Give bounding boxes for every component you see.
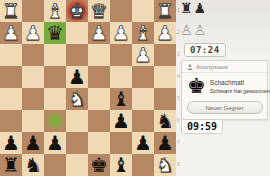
black-king[interactable]: ♚ [90, 154, 108, 176]
rank-label-7: 7 [177, 140, 180, 145]
square-f6[interactable] [44, 110, 66, 132]
white-rook[interactable]: ♜ [2, 0, 20, 22]
black-bishop[interactable]: ♝ [112, 154, 130, 176]
square-f4[interactable] [44, 66, 66, 88]
square-f2[interactable]: ♛ [44, 22, 66, 44]
square-f5[interactable] [44, 88, 66, 110]
square-c8[interactable]: ♝ [110, 154, 132, 176]
person-icon [187, 64, 193, 70]
black-king-icon: ♚ [187, 75, 206, 97]
black-rook[interactable]: ♜ [2, 154, 20, 176]
square-d8[interactable]: ♚ [88, 154, 110, 176]
black-pawn[interactable]: ♟ [24, 132, 42, 154]
square-c3[interactable] [110, 44, 132, 66]
square-g2[interactable]: ♟ [22, 22, 44, 44]
rank-coordinates: 12345678 [176, 0, 182, 176]
rank-label-6: 6 [177, 118, 180, 123]
chess-board[interactable]: ♜♝♚♛♜♟♟♛♟♟♝♟♟♟♞♝♟♞♟♟♟♟♟♜♞♚♝♞ [0, 0, 176, 176]
square-a4[interactable] [154, 66, 176, 88]
square-h6[interactable] [0, 110, 22, 132]
square-e4[interactable]: ♟ [66, 66, 88, 88]
square-h5[interactable] [0, 88, 22, 110]
side-panel: ♜♟ ♙♙ 07:24 Anonymous ♚ Schachmatt Schwa… [176, 0, 270, 176]
square-f1[interactable]: ♝ [44, 0, 66, 22]
new-opponent-button[interactable]: Neuer Gegner [187, 101, 263, 114]
game-over-card: Anonymous ♚ Schachmatt Schwarz hat gewon… [181, 60, 268, 120]
square-g6[interactable] [22, 110, 44, 132]
white-pawn[interactable]: ♟ [134, 44, 152, 66]
square-g8[interactable]: ♞ [22, 154, 44, 176]
square-a6[interactable]: ♞ [154, 110, 176, 132]
rank-label-5: 5 [177, 96, 180, 101]
white-pawn[interactable]: ♟ [112, 22, 130, 44]
square-a3[interactable] [154, 44, 176, 66]
black-queen[interactable]: ♛ [46, 22, 64, 44]
square-b8[interactable] [132, 154, 154, 176]
square-b4[interactable] [132, 66, 154, 88]
white-pawn[interactable]: ♟ [24, 22, 42, 44]
square-h1[interactable]: ♜ [0, 0, 22, 22]
square-e2[interactable] [66, 22, 88, 44]
square-d1[interactable]: ♛ [88, 0, 110, 22]
player-name: Anonymous [196, 64, 228, 70]
white-pawn[interactable]: ♟ [2, 22, 20, 44]
square-e3[interactable] [66, 44, 88, 66]
square-d2[interactable]: ♟ [88, 22, 110, 44]
square-a7[interactable]: ♟ [154, 132, 176, 154]
captured-black-pieces-tray: ♜♟ [180, 0, 207, 16]
square-a2[interactable]: ♟ [154, 22, 176, 44]
black-pawn[interactable]: ♟ [68, 66, 86, 88]
square-b1[interactable] [132, 0, 154, 22]
white-bishop[interactable]: ♝ [134, 22, 152, 44]
black-bishop[interactable]: ♝ [112, 88, 130, 110]
black-pawn[interactable]: ♟ [156, 132, 174, 154]
square-g3[interactable] [22, 44, 44, 66]
square-d3[interactable] [88, 44, 110, 66]
square-h4[interactable] [0, 66, 22, 88]
black-pawn[interactable]: ♟ [112, 110, 130, 132]
white-knight[interactable]: ♞ [68, 88, 86, 110]
square-g1[interactable] [22, 0, 44, 22]
captured-white-pieces-tray: ♙♙ [180, 22, 207, 38]
square-b3[interactable]: ♟ [132, 44, 154, 66]
square-b7[interactable]: ♟ [132, 132, 154, 154]
square-d7[interactable] [88, 132, 110, 154]
square-c5[interactable]: ♝ [110, 88, 132, 110]
rank-label-8: 8 [177, 162, 180, 167]
white-clock: 07:24 [184, 43, 226, 57]
square-a5[interactable] [154, 88, 176, 110]
square-f3[interactable] [44, 44, 66, 66]
white-rook[interactable]: ♜ [156, 0, 174, 22]
square-c4[interactable] [110, 66, 132, 88]
square-g4[interactable] [22, 66, 44, 88]
square-d6[interactable] [88, 110, 110, 132]
square-a8[interactable]: ♞ [154, 154, 176, 176]
white-queen[interactable]: ♛ [90, 0, 108, 22]
square-e1[interactable]: ♚ [66, 0, 88, 22]
square-e5[interactable]: ♞ [66, 88, 88, 110]
square-f7[interactable]: ♟ [44, 132, 66, 154]
black-pawn[interactable]: ♟ [46, 132, 64, 154]
square-d5[interactable] [88, 88, 110, 110]
square-c7[interactable] [110, 132, 132, 154]
square-b5[interactable] [132, 88, 154, 110]
square-a1[interactable]: ♜ [154, 0, 176, 22]
white-knight[interactable]: ♞ [156, 154, 174, 176]
square-e8[interactable] [66, 154, 88, 176]
square-g5[interactable] [22, 88, 44, 110]
chess-game-screen: ♜♝♚♛♜♟♟♛♟♟♝♟♟♟♞♝♟♞♟♟♟♟♟♜♞♚♝♞ 12345678 ♜♟… [0, 0, 270, 176]
square-b6[interactable] [132, 110, 154, 132]
square-c6[interactable]: ♟ [110, 110, 132, 132]
square-h2[interactable]: ♟ [0, 22, 22, 44]
result-subtitle: Schwarz hat gewonnen [210, 88, 270, 94]
square-d4[interactable] [88, 66, 110, 88]
square-c1[interactable] [110, 0, 132, 22]
black-clock: 09:59 [181, 119, 223, 134]
rank-label-3: 3 [177, 52, 180, 57]
square-b2[interactable]: ♝ [132, 22, 154, 44]
square-c2[interactable]: ♟ [110, 22, 132, 44]
rank-label-1: 1 [177, 8, 180, 13]
square-g7[interactable]: ♟ [22, 132, 44, 154]
square-h3[interactable] [0, 44, 22, 66]
result-row: ♚ Schachmatt Schwarz hat gewonnen [182, 73, 267, 98]
white-bishop[interactable]: ♝ [46, 0, 64, 22]
player-row: Anonymous [182, 61, 267, 72]
black-knight[interactable]: ♞ [156, 110, 174, 132]
square-f8[interactable] [44, 154, 66, 176]
square-h7[interactable]: ♟ [0, 132, 22, 154]
white-pawn[interactable]: ♟ [90, 22, 108, 44]
black-knight[interactable]: ♞ [24, 154, 42, 176]
black-pawn[interactable]: ♟ [2, 132, 20, 154]
rank-label-4: 4 [177, 74, 180, 79]
white-pawn[interactable]: ♟ [156, 22, 174, 44]
result-title: Schachmatt [210, 79, 270, 86]
square-h8[interactable]: ♜ [0, 154, 22, 176]
square-e7[interactable] [66, 132, 88, 154]
black-pawn[interactable]: ♟ [134, 132, 152, 154]
rank-label-2: 2 [177, 30, 180, 35]
square-e6[interactable] [66, 110, 88, 132]
white-king[interactable]: ♚ [68, 0, 86, 22]
